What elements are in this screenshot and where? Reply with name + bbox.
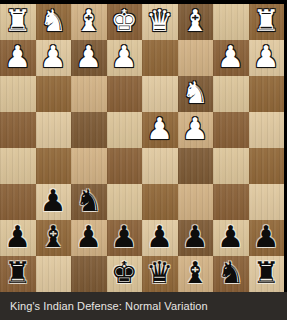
board-square[interactable]: ♟ xyxy=(107,220,143,256)
board-square[interactable] xyxy=(142,184,178,220)
board-square[interactable]: ♟ xyxy=(71,220,107,256)
black-bishop-piece[interactable]: ♝ xyxy=(182,255,209,291)
white-knight-piece[interactable]: ♞ xyxy=(182,75,209,111)
white-pawn-piece[interactable]: ♟ xyxy=(182,111,209,147)
board-square[interactable]: ♞ xyxy=(178,76,214,112)
white-rook-piece[interactable]: ♜ xyxy=(4,3,31,39)
black-pawn-piece[interactable]: ♟ xyxy=(40,183,67,219)
opening-name: King's Indian Defense: Normal Variation xyxy=(0,300,208,312)
board-square[interactable] xyxy=(107,112,143,148)
board-square[interactable]: ♞ xyxy=(213,256,249,292)
board-square[interactable] xyxy=(36,76,72,112)
board-square[interactable] xyxy=(249,184,285,220)
white-pawn-piece[interactable]: ♟ xyxy=(111,39,138,75)
black-rook-piece[interactable]: ♜ xyxy=(253,255,280,291)
board-square[interactable]: ♟ xyxy=(249,220,285,256)
board-square[interactable] xyxy=(213,4,249,40)
board-square[interactable] xyxy=(178,148,214,184)
board-square[interactable] xyxy=(178,184,214,220)
board-square[interactable] xyxy=(36,112,72,148)
board-square[interactable]: ♞ xyxy=(36,4,72,40)
app-window: ♜♞♝♚♛♝♜♟♟♟♟♟♟♞♟♟♟♞♟♝♟♟♟♟♟♟♜♚♛♝♞♜ King's … xyxy=(0,0,287,320)
board-square[interactable] xyxy=(71,148,107,184)
board-square[interactable] xyxy=(36,148,72,184)
white-pawn-piece[interactable]: ♟ xyxy=(217,39,244,75)
black-knight-piece[interactable]: ♞ xyxy=(75,183,102,219)
board-square[interactable]: ♜ xyxy=(0,256,36,292)
white-bishop-piece[interactable]: ♝ xyxy=(182,3,209,39)
board-square[interactable] xyxy=(107,76,143,112)
board-square[interactable] xyxy=(107,148,143,184)
board-square[interactable] xyxy=(71,256,107,292)
board-square[interactable]: ♟ xyxy=(142,112,178,148)
board-square[interactable]: ♚ xyxy=(107,4,143,40)
board-square[interactable]: ♝ xyxy=(178,4,214,40)
board-square[interactable]: ♜ xyxy=(249,256,285,292)
white-king-piece[interactable]: ♚ xyxy=(111,3,138,39)
board-square[interactable] xyxy=(142,76,178,112)
white-queen-piece[interactable]: ♛ xyxy=(146,3,173,39)
board-square[interactable]: ♞ xyxy=(71,184,107,220)
white-pawn-piece[interactable]: ♟ xyxy=(40,39,67,75)
black-pawn-piece[interactable]: ♟ xyxy=(217,219,244,255)
white-pawn-piece[interactable]: ♟ xyxy=(4,39,31,75)
white-bishop-piece[interactable]: ♝ xyxy=(75,3,102,39)
board-square[interactable] xyxy=(107,184,143,220)
board-square[interactable]: ♜ xyxy=(0,4,36,40)
black-pawn-piece[interactable]: ♟ xyxy=(4,219,31,255)
board-square[interactable] xyxy=(142,148,178,184)
black-rook-piece[interactable]: ♜ xyxy=(4,255,31,291)
white-pawn-piece[interactable]: ♟ xyxy=(253,39,280,75)
board-square[interactable]: ♚ xyxy=(107,256,143,292)
board-square[interactable] xyxy=(71,76,107,112)
board-square[interactable] xyxy=(71,112,107,148)
board-square[interactable]: ♛ xyxy=(142,256,178,292)
board-square[interactable]: ♟ xyxy=(107,40,143,76)
board-square[interactable] xyxy=(178,40,214,76)
black-pawn-piece[interactable]: ♟ xyxy=(182,219,209,255)
board-square[interactable]: ♟ xyxy=(249,40,285,76)
board-square[interactable]: ♟ xyxy=(36,184,72,220)
board-square[interactable] xyxy=(0,184,36,220)
board-square[interactable] xyxy=(213,148,249,184)
board-square[interactable] xyxy=(213,112,249,148)
board-square[interactable]: ♟ xyxy=(178,112,214,148)
white-knight-piece[interactable]: ♞ xyxy=(40,3,67,39)
board-square[interactable] xyxy=(213,184,249,220)
board-square[interactable]: ♟ xyxy=(213,220,249,256)
black-pawn-piece[interactable]: ♟ xyxy=(146,219,173,255)
board-square[interactable]: ♛ xyxy=(142,4,178,40)
black-bishop-piece[interactable]: ♝ xyxy=(40,219,67,255)
board-square[interactable] xyxy=(0,112,36,148)
board-square[interactable]: ♟ xyxy=(36,40,72,76)
black-king-piece[interactable]: ♚ xyxy=(111,255,138,291)
board-square[interactable] xyxy=(142,40,178,76)
white-rook-piece[interactable]: ♜ xyxy=(253,3,280,39)
board-square[interactable]: ♜ xyxy=(249,4,285,40)
board-square[interactable] xyxy=(0,76,36,112)
board-square[interactable]: ♟ xyxy=(178,220,214,256)
black-pawn-piece[interactable]: ♟ xyxy=(75,219,102,255)
white-pawn-piece[interactable]: ♟ xyxy=(146,111,173,147)
chess-board[interactable]: ♜♞♝♚♛♝♜♟♟♟♟♟♟♞♟♟♟♞♟♝♟♟♟♟♟♟♜♚♛♝♞♜ xyxy=(0,4,284,292)
board-square[interactable]: ♟ xyxy=(213,40,249,76)
black-pawn-piece[interactable]: ♟ xyxy=(111,219,138,255)
board-square[interactable]: ♝ xyxy=(178,256,214,292)
black-queen-piece[interactable]: ♛ xyxy=(146,255,173,291)
board-square[interactable] xyxy=(213,76,249,112)
board-square[interactable]: ♟ xyxy=(0,40,36,76)
board-square[interactable]: ♝ xyxy=(71,4,107,40)
board-square[interactable] xyxy=(249,76,285,112)
board-square[interactable]: ♟ xyxy=(0,220,36,256)
black-pawn-piece[interactable]: ♟ xyxy=(253,219,280,255)
board-square[interactable]: ♝ xyxy=(36,220,72,256)
board-square[interactable] xyxy=(36,256,72,292)
white-pawn-piece[interactable]: ♟ xyxy=(75,39,102,75)
board-square[interactable]: ♟ xyxy=(71,40,107,76)
board-square[interactable] xyxy=(249,112,285,148)
board-square[interactable] xyxy=(249,148,285,184)
black-knight-piece[interactable]: ♞ xyxy=(217,255,244,291)
opening-caption-bar: King's Indian Defense: Normal Variation xyxy=(0,292,287,320)
board-square[interactable] xyxy=(0,148,36,184)
board-square[interactable]: ♟ xyxy=(142,220,178,256)
